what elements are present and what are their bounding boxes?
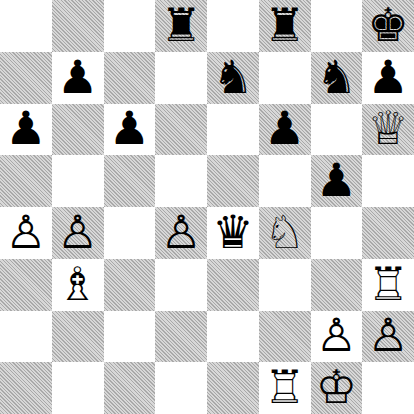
square-a6[interactable]: ♟: [0, 104, 52, 156]
square-b7[interactable]: ♟: [52, 52, 104, 104]
square-d1[interactable]: [155, 362, 207, 414]
square-h3[interactable]: ♖: [362, 259, 414, 311]
square-f2[interactable]: [259, 311, 311, 363]
black-rook: ♜: [264, 2, 305, 48]
square-a3[interactable]: [0, 259, 52, 311]
square-f1[interactable]: ♖: [259, 362, 311, 414]
square-c2[interactable]: [104, 311, 156, 363]
square-e5[interactable]: [207, 155, 259, 207]
square-d4[interactable]: ♙: [155, 207, 207, 259]
square-a8[interactable]: [0, 0, 52, 52]
white-pawn: ♙: [5, 209, 46, 255]
square-c3[interactable]: [104, 259, 156, 311]
square-e6[interactable]: [207, 104, 259, 156]
square-f6[interactable]: ♟: [259, 104, 311, 156]
square-h4[interactable]: [362, 207, 414, 259]
black-knight: ♞: [316, 54, 357, 100]
square-d7[interactable]: [155, 52, 207, 104]
white-pawn: ♙: [368, 312, 409, 358]
square-d6[interactable]: [155, 104, 207, 156]
white-rook: ♖: [368, 261, 409, 307]
square-b5[interactable]: [52, 155, 104, 207]
white-pawn: ♙: [316, 312, 357, 358]
square-e7[interactable]: ♞: [207, 52, 259, 104]
square-f8[interactable]: ♜: [259, 0, 311, 52]
square-d2[interactable]: [155, 311, 207, 363]
square-f5[interactable]: [259, 155, 311, 207]
square-g4[interactable]: [311, 207, 363, 259]
square-b3[interactable]: ♗: [52, 259, 104, 311]
square-h8[interactable]: ♚: [362, 0, 414, 52]
square-a4[interactable]: ♙: [0, 207, 52, 259]
square-g5[interactable]: ♟: [311, 155, 363, 207]
square-a5[interactable]: [0, 155, 52, 207]
white-pawn: ♙: [161, 209, 202, 255]
square-e1[interactable]: [207, 362, 259, 414]
square-f3[interactable]: [259, 259, 311, 311]
black-queen: ♛: [212, 209, 253, 255]
square-b1[interactable]: [52, 362, 104, 414]
square-e4[interactable]: ♛: [207, 207, 259, 259]
square-f7[interactable]: [259, 52, 311, 104]
square-b6[interactable]: [52, 104, 104, 156]
square-a2[interactable]: [0, 311, 52, 363]
black-pawn: ♟: [264, 105, 305, 151]
square-g7[interactable]: ♞: [311, 52, 363, 104]
black-pawn: ♟: [57, 54, 98, 100]
square-e3[interactable]: [207, 259, 259, 311]
white-rook: ♖: [264, 364, 305, 410]
black-pawn: ♟: [316, 157, 357, 203]
square-e2[interactable]: [207, 311, 259, 363]
square-c1[interactable]: [104, 362, 156, 414]
black-rook: ♜: [161, 2, 202, 48]
square-g8[interactable]: [311, 0, 363, 52]
black-king: ♚: [368, 2, 409, 48]
square-g6[interactable]: [311, 104, 363, 156]
square-h6[interactable]: ♕: [362, 104, 414, 156]
white-knight: ♘: [264, 209, 305, 255]
square-b4[interactable]: ♙: [52, 207, 104, 259]
square-a1[interactable]: [0, 362, 52, 414]
square-h1[interactable]: [362, 362, 414, 414]
square-a7[interactable]: [0, 52, 52, 104]
square-g3[interactable]: [311, 259, 363, 311]
square-d8[interactable]: ♜: [155, 0, 207, 52]
square-c5[interactable]: [104, 155, 156, 207]
black-knight: ♞: [212, 54, 253, 100]
black-pawn: ♟: [5, 105, 46, 151]
square-h7[interactable]: ♟: [362, 52, 414, 104]
black-pawn: ♟: [109, 105, 150, 151]
square-h5[interactable]: [362, 155, 414, 207]
white-pawn: ♙: [57, 209, 98, 255]
square-c7[interactable]: [104, 52, 156, 104]
chess-board: ♜♜♚♟♞♞♟♟♟♟♕♟♙♙♙♛♘♗♖♙♙♖♔: [0, 0, 414, 414]
black-pawn: ♟: [368, 54, 409, 100]
square-e8[interactable]: [207, 0, 259, 52]
square-g2[interactable]: ♙: [311, 311, 363, 363]
square-c4[interactable]: [104, 207, 156, 259]
square-f4[interactable]: ♘: [259, 207, 311, 259]
square-b2[interactable]: [52, 311, 104, 363]
square-g1[interactable]: ♔: [311, 362, 363, 414]
square-b8[interactable]: [52, 0, 104, 52]
white-bishop: ♗: [57, 261, 98, 307]
white-queen: ♕: [368, 105, 409, 151]
square-c8[interactable]: [104, 0, 156, 52]
square-c6[interactable]: ♟: [104, 104, 156, 156]
square-d3[interactable]: [155, 259, 207, 311]
square-d5[interactable]: [155, 155, 207, 207]
white-king: ♔: [316, 364, 357, 410]
square-h2[interactable]: ♙: [362, 311, 414, 363]
